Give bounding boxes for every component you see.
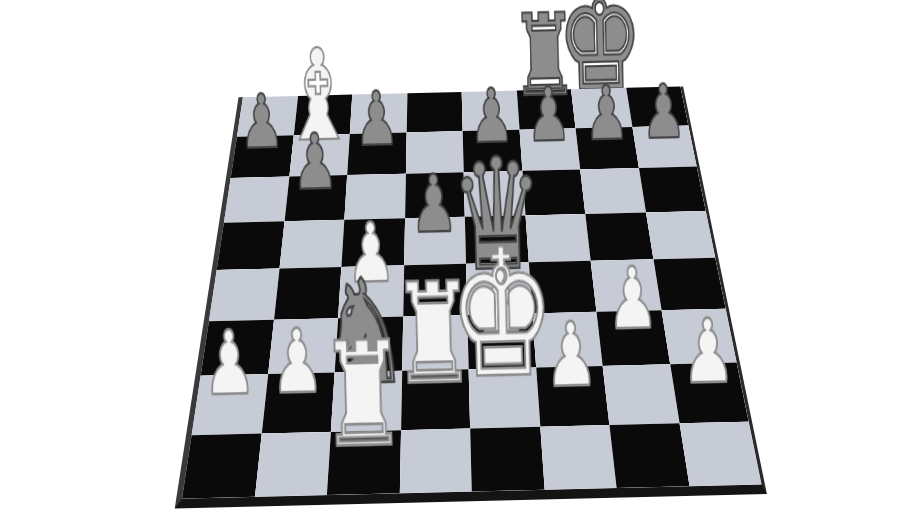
chess-board[interactable]: ♜♚♟♝♟♟♟♟♟♟♟♟♛♟♟♟♟♞♜♚♟♟♜	[175, 86, 767, 508]
square-f1[interactable]	[540, 425, 617, 490]
board-tilt-wrapper: ♜♚♟♝♟♟♟♟♟♟♟♟♛♟♟♟♟♞♜♚♟♟♜	[0, 0, 910, 512]
piece-white-pawn-h2[interactable]: ♟	[670, 363, 749, 423]
square-g6[interactable]	[580, 168, 645, 214]
square-a5[interactable]	[217, 221, 284, 270]
white-pawn-glyph: ♟	[508, 310, 634, 401]
black-pawn-glyph: ♟	[611, 74, 716, 151]
square-h6[interactable]	[638, 167, 705, 213]
square-e1[interactable]	[470, 426, 544, 491]
piece-white-pawn-f2[interactable]: ♟	[536, 366, 610, 426]
square-g1[interactable]	[609, 423, 689, 488]
white-rook-glyph: ♜	[296, 321, 428, 469]
black-pawn-glyph: ♟	[260, 123, 369, 202]
square-a1[interactable]	[182, 433, 261, 499]
square-h1[interactable]	[679, 421, 762, 486]
white-pawn-glyph: ♟	[645, 307, 771, 398]
render-canvas: ♜♚♟♝♟♟♟♟♟♟♟♟♛♟♟♟♟♞♜♚♟♟♜	[0, 0, 910, 512]
piece-black-pawn-h7[interactable]: ♟	[632, 125, 697, 168]
piece-white-rook-c1[interactable]: ♜	[327, 430, 401, 495]
